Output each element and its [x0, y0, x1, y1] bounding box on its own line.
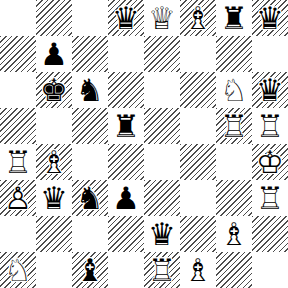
- piece-black-bishop: ♝: [72, 252, 108, 288]
- square-a5[interactable]: [0, 108, 36, 144]
- square-g6[interactable]: ♞♘: [216, 72, 252, 108]
- piece-white-king: ♔: [252, 144, 288, 180]
- piece-white-knight: ♘: [216, 72, 252, 108]
- square-d3[interactable]: ♟♟: [108, 180, 144, 216]
- square-h3[interactable]: ♜♖: [252, 180, 288, 216]
- square-b7[interactable]: ♟♟: [36, 36, 72, 72]
- piece-black-queen: ♛: [252, 0, 288, 36]
- square-g7[interactable]: [216, 36, 252, 72]
- square-d6[interactable]: [108, 72, 144, 108]
- square-d1[interactable]: [108, 252, 144, 288]
- square-d2[interactable]: [108, 216, 144, 252]
- piece-white-pawn: ♙: [0, 180, 36, 216]
- square-e1[interactable]: ♜♖: [144, 252, 180, 288]
- square-b6[interactable]: ♚♚: [36, 72, 72, 108]
- square-e7[interactable]: [144, 36, 180, 72]
- square-a2[interactable]: [0, 216, 36, 252]
- piece-black-queen: ♛: [36, 180, 72, 216]
- square-h8[interactable]: ♛♛: [252, 0, 288, 36]
- square-f8[interactable]: ♝♗: [180, 0, 216, 36]
- piece-black-queen: ♛: [108, 0, 144, 36]
- square-c1[interactable]: ♝♝: [72, 252, 108, 288]
- square-f2[interactable]: [180, 216, 216, 252]
- square-g3[interactable]: [216, 180, 252, 216]
- square-e3[interactable]: [144, 180, 180, 216]
- piece-black-pawn: ♟: [108, 180, 144, 216]
- square-a4[interactable]: ♜♖: [0, 144, 36, 180]
- piece-black-knight: ♞: [72, 72, 108, 108]
- square-a1[interactable]: ♞♘: [0, 252, 36, 288]
- piece-black-queen: ♛: [144, 216, 180, 252]
- piece-white-rook: ♖: [252, 180, 288, 216]
- square-f7[interactable]: [180, 36, 216, 72]
- square-f5[interactable]: [180, 108, 216, 144]
- square-e5[interactable]: [144, 108, 180, 144]
- piece-white-rook: ♖: [216, 108, 252, 144]
- piece-white-bishop: ♗: [216, 216, 252, 252]
- square-g1[interactable]: [216, 252, 252, 288]
- square-a6[interactable]: [0, 72, 36, 108]
- square-c3[interactable]: ♞♞: [72, 180, 108, 216]
- square-g5[interactable]: ♜♖: [216, 108, 252, 144]
- square-d5[interactable]: ♜♜: [108, 108, 144, 144]
- square-h2[interactable]: [252, 216, 288, 252]
- square-f1[interactable]: ♝♗: [180, 252, 216, 288]
- piece-white-queen: ♕: [144, 0, 180, 36]
- square-c2[interactable]: [72, 216, 108, 252]
- square-e2[interactable]: ♛♛: [144, 216, 180, 252]
- chess-board: ♛♛♛♕♝♗♜♜♛♛♟♟♚♚♞♞♞♘♛♛♜♜♜♖♜♖♜♖♝♗♚♔♟♙♛♛♞♞♟♟…: [0, 0, 288, 288]
- piece-black-pawn: ♟: [36, 36, 72, 72]
- square-d4[interactable]: [108, 144, 144, 180]
- square-c7[interactable]: [72, 36, 108, 72]
- piece-black-rook: ♜: [108, 108, 144, 144]
- piece-white-rook: ♖: [144, 252, 180, 288]
- square-b4[interactable]: ♝♗: [36, 144, 72, 180]
- square-b5[interactable]: [36, 108, 72, 144]
- square-h7[interactable]: [252, 36, 288, 72]
- piece-white-knight: ♘: [0, 252, 36, 288]
- square-c8[interactable]: [72, 0, 108, 36]
- square-b2[interactable]: [36, 216, 72, 252]
- piece-black-rook: ♜: [216, 0, 252, 36]
- square-f6[interactable]: [180, 72, 216, 108]
- piece-white-rook: ♖: [252, 108, 288, 144]
- square-b3[interactable]: ♛♛: [36, 180, 72, 216]
- square-d8[interactable]: ♛♛: [108, 0, 144, 36]
- piece-white-bishop: ♗: [180, 252, 216, 288]
- square-h5[interactable]: ♜♖: [252, 108, 288, 144]
- square-c5[interactable]: [72, 108, 108, 144]
- piece-white-rook: ♖: [0, 144, 36, 180]
- square-b8[interactable]: [36, 0, 72, 36]
- square-e4[interactable]: [144, 144, 180, 180]
- square-g8[interactable]: ♜♜: [216, 0, 252, 36]
- square-e6[interactable]: [144, 72, 180, 108]
- square-g4[interactable]: [216, 144, 252, 180]
- square-h6[interactable]: ♛♛: [252, 72, 288, 108]
- square-a7[interactable]: [0, 36, 36, 72]
- square-e8[interactable]: ♛♕: [144, 0, 180, 36]
- piece-black-king: ♚: [36, 72, 72, 108]
- piece-black-queen: ♛: [252, 72, 288, 108]
- square-d7[interactable]: [108, 36, 144, 72]
- square-h1[interactable]: [252, 252, 288, 288]
- square-a3[interactable]: ♟♙: [0, 180, 36, 216]
- square-f3[interactable]: [180, 180, 216, 216]
- square-c4[interactable]: [72, 144, 108, 180]
- square-h4[interactable]: ♚♔: [252, 144, 288, 180]
- piece-white-bishop: ♗: [180, 0, 216, 36]
- piece-black-knight: ♞: [72, 180, 108, 216]
- square-g2[interactable]: ♝♗: [216, 216, 252, 252]
- piece-white-bishop: ♗: [36, 144, 72, 180]
- square-c6[interactable]: ♞♞: [72, 72, 108, 108]
- square-f4[interactable]: [180, 144, 216, 180]
- square-a8[interactable]: [0, 0, 36, 36]
- square-b1[interactable]: [36, 252, 72, 288]
